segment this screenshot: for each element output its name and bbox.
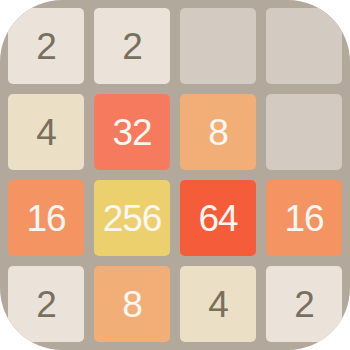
tile-16-r3c1: 16 <box>8 180 84 256</box>
tile-2-r4c4: 2 <box>266 266 342 342</box>
tile-8-r2c3: 8 <box>180 94 256 170</box>
tile-256-r3c2: 256 <box>94 180 170 256</box>
tile-16-r3c4: 16 <box>266 180 342 256</box>
empty-cell-r1c3 <box>180 8 256 84</box>
tile-32-r2c2: 32 <box>94 94 170 170</box>
game-board-2048[interactable]: 2243281625664162842 <box>0 0 350 350</box>
tile-64-r3c3: 64 <box>180 180 256 256</box>
tile-4-r2c1: 4 <box>8 94 84 170</box>
tile-2-r4c1: 2 <box>8 266 84 342</box>
empty-cell-r1c4 <box>266 8 342 84</box>
tile-2-r1c2: 2 <box>94 8 170 84</box>
empty-cell-r2c4 <box>266 94 342 170</box>
tile-2-r1c1: 2 <box>8 8 84 84</box>
tile-8-r4c2: 8 <box>94 266 170 342</box>
tile-4-r4c3: 4 <box>180 266 256 342</box>
